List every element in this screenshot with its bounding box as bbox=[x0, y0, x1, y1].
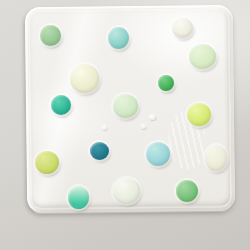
glass-bubble bbox=[149, 114, 156, 120]
glass-bubble bbox=[141, 124, 146, 129]
glass-dot-pale-mint-center bbox=[113, 94, 138, 118]
photo-canvas bbox=[0, 0, 250, 250]
glass-dot-green-top-left bbox=[40, 25, 61, 46]
glass-dot-dark-teal bbox=[90, 142, 109, 160]
glass-dot-clear-large-bottom bbox=[113, 178, 140, 204]
glass-dot-green-small bbox=[158, 75, 174, 91]
glass-dot-chartreuse-left bbox=[35, 151, 59, 174]
glass-dot-pale-yellow-large bbox=[70, 64, 99, 93]
glass-dot-white-top-right bbox=[172, 18, 193, 38]
glass-dot-emerald-left bbox=[51, 95, 71, 115]
glass-dot-pale-green-right bbox=[189, 44, 216, 69]
glass-dot-light-blue bbox=[146, 142, 170, 166]
glass-dot-mint-gradient bbox=[68, 186, 89, 209]
glass-dot-green-bottom bbox=[176, 180, 198, 202]
glass-dot-ivory-oval bbox=[205, 145, 227, 171]
glass-dot-aqua-top bbox=[108, 27, 129, 49]
glass-bubble bbox=[102, 125, 107, 130]
glass-dot-chartreuse-right bbox=[187, 103, 211, 126]
